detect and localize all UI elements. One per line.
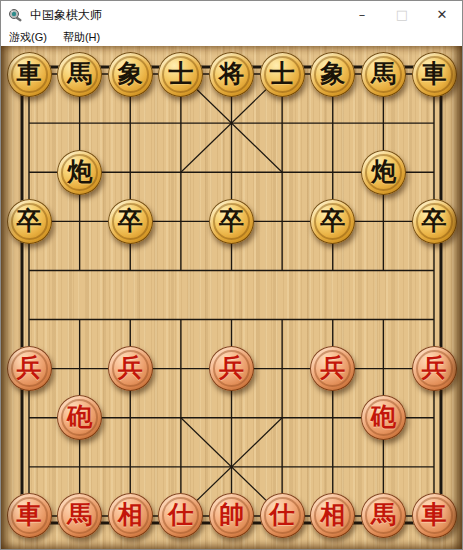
piece-glyph: 象 <box>320 61 345 86</box>
piece-glyph: 炮 <box>371 159 396 184</box>
piece-glyph: 士 <box>270 61 295 86</box>
piece-black-cannon[interactable]: 炮 <box>361 150 406 195</box>
piece-glyph: 馬 <box>67 502 92 527</box>
close-button[interactable]: ✕ <box>422 1 462 29</box>
piece-glyph: 砲 <box>67 404 92 429</box>
piece-glyph: 卒 <box>422 208 447 233</box>
piece-black-general[interactable]: 将 <box>209 52 254 97</box>
piece-glyph: 仕 <box>270 502 295 527</box>
piece-red-chariot[interactable]: 車 <box>412 493 457 538</box>
piece-black-chariot[interactable]: 車 <box>412 52 457 97</box>
piece-red-soldier[interactable]: 兵 <box>108 346 153 391</box>
window-title: 中国象棋大师 <box>30 7 342 24</box>
piece-glyph: 車 <box>422 61 447 86</box>
piece-glyph: 兵 <box>17 355 42 380</box>
piece-red-soldier[interactable]: 兵 <box>310 346 355 391</box>
piece-glyph: 将 <box>219 61 244 86</box>
piece-red-cannon[interactable]: 砲 <box>57 395 102 440</box>
piece-glyph: 相 <box>118 502 143 527</box>
app-window: 中国象棋大师 – □ ✕ 游戏(G) 帮助(H) 車馬象士将士象馬車炮炮卒卒卒卒… <box>0 0 463 550</box>
piece-black-soldier[interactable]: 卒 <box>108 199 153 244</box>
piece-red-soldier[interactable]: 兵 <box>209 346 254 391</box>
piece-glyph: 兵 <box>422 355 447 380</box>
piece-red-elephant[interactable]: 相 <box>310 493 355 538</box>
piece-glyph: 馬 <box>67 61 92 86</box>
piece-glyph: 卒 <box>219 208 244 233</box>
piece-black-soldier[interactable]: 卒 <box>7 199 52 244</box>
xiangqi-board[interactable]: 車馬象士将士象馬車炮炮卒卒卒卒卒兵兵兵兵兵砲砲車馬相仕帥仕相馬車 <box>1 46 462 549</box>
piece-red-elephant[interactable]: 相 <box>108 493 153 538</box>
menu-help[interactable]: 帮助(H) <box>63 30 100 45</box>
pieces-layer: 車馬象士将士象馬車炮炮卒卒卒卒卒兵兵兵兵兵砲砲車馬相仕帥仕相馬車 <box>1 46 462 549</box>
piece-glyph: 相 <box>320 502 345 527</box>
piece-glyph: 馬 <box>371 61 396 86</box>
piece-black-soldier[interactable]: 卒 <box>310 199 355 244</box>
piece-black-advisor[interactable]: 士 <box>158 52 203 97</box>
piece-glyph: 兵 <box>219 355 244 380</box>
piece-glyph: 馬 <box>371 502 396 527</box>
piece-red-soldier[interactable]: 兵 <box>412 346 457 391</box>
piece-red-chariot[interactable]: 車 <box>7 493 52 538</box>
piece-glyph: 象 <box>118 61 143 86</box>
piece-red-horse[interactable]: 馬 <box>361 493 406 538</box>
minimize-button[interactable]: – <box>342 1 382 29</box>
piece-glyph: 仕 <box>168 502 193 527</box>
maximize-button[interactable]: □ <box>382 1 422 29</box>
piece-glyph: 兵 <box>320 355 345 380</box>
piece-red-advisor[interactable]: 仕 <box>158 493 203 538</box>
menu-bar: 游戏(G) 帮助(H) <box>1 29 462 46</box>
piece-black-soldier[interactable]: 卒 <box>209 199 254 244</box>
piece-red-horse[interactable]: 馬 <box>57 493 102 538</box>
piece-black-soldier[interactable]: 卒 <box>412 199 457 244</box>
piece-black-horse[interactable]: 馬 <box>361 52 406 97</box>
title-bar: 中国象棋大师 – □ ✕ <box>1 1 462 29</box>
piece-black-horse[interactable]: 馬 <box>57 52 102 97</box>
piece-glyph: 士 <box>168 61 193 86</box>
piece-red-soldier[interactable]: 兵 <box>7 346 52 391</box>
piece-black-elephant[interactable]: 象 <box>108 52 153 97</box>
piece-glyph: 卒 <box>17 208 42 233</box>
piece-red-general[interactable]: 帥 <box>209 493 254 538</box>
piece-black-elephant[interactable]: 象 <box>310 52 355 97</box>
piece-glyph: 車 <box>422 502 447 527</box>
piece-red-advisor[interactable]: 仕 <box>260 493 305 538</box>
piece-glyph: 砲 <box>371 404 396 429</box>
menu-game[interactable]: 游戏(G) <box>9 30 47 45</box>
piece-black-chariot[interactable]: 車 <box>7 52 52 97</box>
piece-black-cannon[interactable]: 炮 <box>57 150 102 195</box>
piece-glyph: 卒 <box>118 208 143 233</box>
piece-glyph: 卒 <box>320 208 345 233</box>
piece-glyph: 車 <box>17 502 42 527</box>
piece-black-advisor[interactable]: 士 <box>260 52 305 97</box>
piece-red-cannon[interactable]: 砲 <box>361 395 406 440</box>
piece-glyph: 兵 <box>118 355 143 380</box>
app-icon <box>8 7 24 23</box>
piece-glyph: 帥 <box>219 502 244 527</box>
piece-glyph: 炮 <box>67 159 92 184</box>
piece-glyph: 車 <box>17 61 42 86</box>
